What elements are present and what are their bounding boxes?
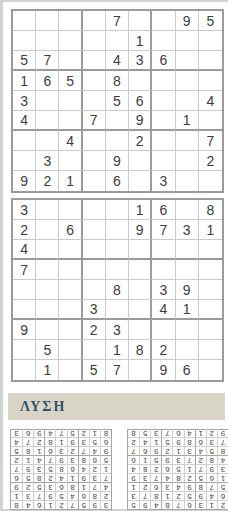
puzzle-1-cell-r7c5 bbox=[106, 131, 129, 151]
solution-left-cell-r2c2: 8 bbox=[89, 491, 100, 500]
puzzle-2-cell-r1c1: 3 bbox=[13, 200, 36, 220]
puzzle-1-cell-r8c4 bbox=[83, 151, 106, 171]
puzzle-2-cell-r7c1: 9 bbox=[13, 320, 36, 340]
puzzle-2-cell-r4c3 bbox=[59, 260, 82, 280]
solution-left-cell-r7c1: 9 bbox=[100, 446, 111, 455]
solution-left-cell-r7c8: 8 bbox=[22, 446, 33, 455]
solution-right-cell-r3c9: 1 bbox=[128, 482, 139, 491]
puzzle-1-cell-r9c4 bbox=[83, 171, 106, 191]
puzzle-1-cell-r8c2: 3 bbox=[36, 151, 59, 171]
puzzle-2-cell-r3c6 bbox=[129, 240, 152, 260]
puzzle-2-cell-r6c9 bbox=[199, 300, 222, 320]
puzzle-1-cell-r6c2 bbox=[36, 111, 59, 131]
solution-left-cell-r4c7: 8 bbox=[33, 473, 44, 482]
puzzle-1-cell-r3c9 bbox=[199, 51, 222, 71]
puzzle-1-cell-r2c9 bbox=[199, 31, 222, 51]
solution-right-cell-r6c6: 9 bbox=[161, 455, 172, 464]
solution-grid-left: 3957216482864597314718635297391428561246… bbox=[10, 429, 112, 510]
solution-left-cell-r6c9: 2 bbox=[11, 455, 22, 464]
puzzle-1-cell-r5c3 bbox=[59, 91, 82, 111]
solution-right-cell-r1c9: 5 bbox=[128, 500, 139, 509]
solution-left-cell-r6c3: 8 bbox=[78, 455, 89, 464]
solution-left-cell-r5c8: 9 bbox=[22, 464, 33, 473]
solution-left-cell-r9c8: 6 bbox=[22, 429, 33, 437]
solution-left-cell-r5c3: 4 bbox=[78, 464, 89, 473]
puzzle-1-cell-r2c6: 1 bbox=[129, 31, 152, 51]
solution-right-cell-r5c9: 4 bbox=[128, 464, 139, 473]
solution-right-cell-r9c4: 4 bbox=[184, 429, 195, 437]
solution-left-cell-r2c5: 5 bbox=[55, 491, 66, 500]
puzzle-1-cell-r3c7: 6 bbox=[152, 51, 175, 71]
solution-left-cell-r7c5: 3 bbox=[55, 446, 66, 455]
solution-header-bar: ΛΥΣΗ bbox=[8, 393, 225, 420]
puzzle-2-cell-r1c8 bbox=[176, 200, 199, 220]
puzzle-1-cell-r2c7 bbox=[152, 31, 175, 51]
solution-left-cell-r6c7: 4 bbox=[33, 455, 44, 464]
puzzle-2-cell-r7c2 bbox=[36, 320, 59, 340]
solution-right-cell-r3c6: 3 bbox=[161, 482, 172, 491]
puzzle-1-cell-r2c2 bbox=[36, 31, 59, 51]
puzzle-1-cell-r6c6: 9 bbox=[129, 111, 152, 131]
solution-left-cell-r2c4: 4 bbox=[67, 491, 78, 500]
puzzle-2-cell-r9c1 bbox=[13, 360, 36, 380]
solution-left-cell-r8c9: 4 bbox=[11, 437, 22, 446]
puzzle-2-cell-r2c5 bbox=[106, 220, 129, 240]
puzzle-1-cell-r6c4: 7 bbox=[83, 111, 106, 131]
solution-left-cell-r9c2: 1 bbox=[89, 429, 100, 437]
solution-left-cell-r2c6: 9 bbox=[44, 491, 55, 500]
puzzle-1-cell-r1c9: 5 bbox=[199, 11, 222, 31]
puzzle-2-cell-r1c7: 6 bbox=[152, 200, 175, 220]
puzzle-2-cell-r2c2 bbox=[36, 220, 59, 240]
solution-left-cell-r6c2: 6 bbox=[89, 455, 100, 464]
solution-left-cell-r8c6: 8 bbox=[44, 437, 55, 446]
puzzle-2-cell-r5c4 bbox=[83, 280, 106, 300]
puzzle-2-cell-r7c8 bbox=[176, 320, 199, 340]
solution-left-cell-r1c8: 4 bbox=[22, 500, 33, 509]
solution-right-cell-r7c4: 3 bbox=[184, 446, 195, 455]
puzzle-1-cell-r9c7: 3 bbox=[152, 171, 175, 191]
solution-right-cell-r5c3: 7 bbox=[195, 464, 206, 473]
puzzle-2-cell-r8c9 bbox=[199, 340, 222, 360]
solution-right-cell-r2c6: 1 bbox=[161, 491, 172, 500]
puzzle-2-cell-r1c2 bbox=[36, 200, 59, 220]
solution-right-cell-r4c7: 7 bbox=[150, 473, 161, 482]
puzzle-1-cell-r5c5: 5 bbox=[106, 91, 129, 111]
solution-right-cell-r7c5: 1 bbox=[172, 446, 183, 455]
solution-right-cell-r2c4: 5 bbox=[184, 491, 195, 500]
puzzle-1-cell-r3c4 bbox=[83, 51, 106, 71]
puzzle-1-cell-r3c8 bbox=[176, 51, 199, 71]
puzzle-2-cell-r3c9 bbox=[199, 240, 222, 260]
solution-right-cell-r9c5: 6 bbox=[172, 429, 183, 437]
solution-right-cell-r9c9: 8 bbox=[128, 429, 139, 437]
solution-right-cell-r6c9: 6 bbox=[128, 455, 139, 464]
solution-right-cell-r3c5: 4 bbox=[172, 482, 183, 491]
solution-right-cell-r2c5: 2 bbox=[172, 491, 183, 500]
solution-left-cell-r6c5: 9 bbox=[55, 455, 66, 464]
puzzle-2-cell-r6c5 bbox=[106, 300, 129, 320]
solution-left-cell-r8c5: 1 bbox=[55, 437, 66, 446]
solution-left-cell-r1c9: 8 bbox=[11, 500, 22, 509]
puzzle-2-cell-r9c3 bbox=[59, 360, 82, 380]
solution-left-cell-r3c5: 6 bbox=[55, 482, 66, 491]
puzzle-2-cell-r8c2: 5 bbox=[36, 340, 59, 360]
puzzle-1-cell-r5c6: 6 bbox=[129, 91, 152, 111]
solution-left-cell-r4c8: 5 bbox=[22, 473, 33, 482]
solution-right-cell-r9c3: 1 bbox=[195, 429, 206, 437]
solution-left-cell-r1c5: 2 bbox=[55, 500, 66, 509]
solution-left-cell-r9c4: 5 bbox=[67, 429, 78, 437]
puzzle-2-cell-r4c1: 7 bbox=[13, 260, 36, 280]
puzzle-2-cell-r9c6 bbox=[129, 360, 152, 380]
solution-left-cell-r8c7: 2 bbox=[33, 437, 44, 446]
solution-left-cell-r7c7: 1 bbox=[33, 446, 44, 455]
solution-left-cell-r2c1: 2 bbox=[100, 491, 111, 500]
puzzle-1-cell-r9c3: 1 bbox=[59, 171, 82, 191]
puzzle-1-cell-r1c2 bbox=[36, 11, 59, 31]
solution-right-cell-r5c6: 6 bbox=[161, 464, 172, 473]
solution-left-cell-r8c3: 3 bbox=[78, 437, 89, 446]
puzzle-1-cell-r2c4 bbox=[83, 31, 106, 51]
solution-left-cell-r4c9: 6 bbox=[11, 473, 22, 482]
puzzle-2-cell-r5c7: 3 bbox=[152, 280, 175, 300]
solution-left-cell-r1c1: 3 bbox=[100, 500, 111, 509]
puzzle-2-cell-r6c8: 1 bbox=[176, 300, 199, 320]
solution-right-cell-r3c2: 7 bbox=[206, 482, 217, 491]
puzzle-2-cell-r3c7 bbox=[152, 240, 175, 260]
solution-right-cell-r1c5: 7 bbox=[172, 500, 183, 509]
puzzle-2-cell-r2c9: 1 bbox=[199, 220, 222, 240]
puzzle-1-cell-r1c7 bbox=[152, 11, 175, 31]
solution-left-cell-r9c7: 9 bbox=[33, 429, 44, 437]
puzzle-2-cell-r3c1: 4 bbox=[13, 240, 36, 260]
solution-right-cell-r8c1: 7 bbox=[217, 437, 228, 446]
solution-left-cell-r1c4: 7 bbox=[67, 500, 78, 509]
solution-left-cell-r3c4: 8 bbox=[67, 482, 78, 491]
puzzle-1-cell-r4c2: 6 bbox=[36, 71, 59, 91]
solution-left-cell-r5c5: 8 bbox=[55, 464, 66, 473]
puzzle-2-cell-r7c9 bbox=[199, 320, 222, 340]
solution-right-cell-r9c2: 2 bbox=[206, 429, 217, 437]
solution-left-cell-r4c4: 1 bbox=[67, 473, 78, 482]
solution-right-cell-r2c9: 3 bbox=[128, 491, 139, 500]
solution-right-cell-r8c8: 4 bbox=[139, 437, 150, 446]
solution-left-cell-r4c3: 9 bbox=[78, 473, 89, 482]
solution-left-cell-r1c7: 6 bbox=[33, 500, 44, 509]
puzzle-1-cell-r1c1 bbox=[13, 11, 36, 31]
puzzle-1-cell-r7c9: 7 bbox=[199, 131, 222, 151]
solution-grid-right: 2136784956495218735789436211652847393971… bbox=[127, 429, 228, 510]
solution-right-cell-r8c3: 6 bbox=[195, 437, 206, 446]
puzzle-1-cell-r3c5: 4 bbox=[106, 51, 129, 71]
puzzle-1-cell-r4c6 bbox=[129, 71, 152, 91]
solution-right-cell-r3c4: 9 bbox=[184, 482, 195, 491]
solution-right-cell-r5c8: 8 bbox=[139, 464, 150, 473]
puzzle-1-cell-r9c9 bbox=[199, 171, 222, 191]
solution-left-cell-r7c4: 2 bbox=[67, 446, 78, 455]
solution-right-cell-r3c8: 2 bbox=[139, 482, 150, 491]
solution-right-cell-r1c6: 8 bbox=[161, 500, 172, 509]
puzzle-2-cell-r6c7: 4 bbox=[152, 300, 175, 320]
puzzle-1-cell-r4c3: 5 bbox=[59, 71, 82, 91]
solution-right-cell-r1c7: 4 bbox=[150, 500, 161, 509]
puzzle-2-cell-r2c8: 3 bbox=[176, 220, 199, 240]
solution-right-cell-r6c1: 4 bbox=[217, 455, 228, 464]
solution-left-cell-r9c1: 8 bbox=[100, 429, 111, 437]
solution-left-cell-r4c2: 3 bbox=[89, 473, 100, 482]
puzzle-2-cell-r1c4 bbox=[83, 200, 106, 220]
solution-right-cell-r7c2: 5 bbox=[206, 446, 217, 455]
puzzle-1-cell-r7c6: 2 bbox=[129, 131, 152, 151]
puzzle-1-cell-r9c2: 2 bbox=[36, 171, 59, 191]
solution-right-cell-r2c2: 4 bbox=[206, 491, 217, 500]
puzzle-1-cell-r5c9: 4 bbox=[199, 91, 222, 111]
puzzle-1-cell-r2c5 bbox=[106, 31, 129, 51]
solution-left-cell-r8c2: 5 bbox=[89, 437, 100, 446]
solution-right-cell-r7c8: 6 bbox=[139, 446, 150, 455]
solution-right-cell-r3c3: 8 bbox=[195, 482, 206, 491]
puzzle-2-cell-r2c1: 2 bbox=[13, 220, 36, 240]
puzzle-2-cell-r5c5: 8 bbox=[106, 280, 129, 300]
puzzle-1-cell-r3c6: 3 bbox=[129, 51, 152, 71]
solution-left-cell-r1c6: 1 bbox=[44, 500, 55, 509]
solution-right-cell-r2c3: 9 bbox=[195, 491, 206, 500]
solution-right-cell-r2c8: 7 bbox=[139, 491, 150, 500]
solution-right-cell-r5c1: 3 bbox=[217, 464, 228, 473]
puzzle-2-cell-r8c7: 2 bbox=[152, 340, 175, 360]
solution-right-cell-r6c7: 5 bbox=[150, 455, 161, 464]
solution-left-cell-r6c1: 5 bbox=[100, 455, 111, 464]
solution-left-cell-r3c2: 7 bbox=[89, 482, 100, 491]
puzzle-1-cell-r2c3 bbox=[59, 31, 82, 51]
sudoku-puzzle-1-grid: 79515743616583564479142739292163 bbox=[11, 9, 224, 193]
puzzle-1-cell-r1c5: 7 bbox=[106, 11, 129, 31]
puzzle-1-cell-r5c8 bbox=[176, 91, 199, 111]
solution-right-cell-r1c3: 3 bbox=[195, 500, 206, 509]
solution-left-cell-r2c3: 6 bbox=[78, 491, 89, 500]
puzzle-1-cell-r6c7 bbox=[152, 111, 175, 131]
puzzle-2-cell-r3c3 bbox=[59, 240, 82, 260]
puzzle-2-cell-r6c1 bbox=[13, 300, 36, 320]
puzzle-2-cell-r8c8 bbox=[176, 340, 199, 360]
puzzle-2-cell-r7c7 bbox=[152, 320, 175, 340]
puzzle-2-cell-r8c1 bbox=[13, 340, 36, 360]
puzzle-2-cell-r7c6 bbox=[129, 320, 152, 340]
puzzle-2-cell-r9c7: 9 bbox=[152, 360, 175, 380]
solution-right-cell-r2c1: 6 bbox=[217, 491, 228, 500]
page: 79515743616583564479142739292163 3168269… bbox=[0, 0, 228, 511]
solution-left-cell-r4c5: 4 bbox=[55, 473, 66, 482]
puzzle-1-cell-r2c8 bbox=[176, 31, 199, 51]
solution-right-cell-r2c7: 8 bbox=[150, 491, 161, 500]
puzzle-1-cell-r8c1 bbox=[13, 151, 36, 171]
solution-right-cell-r9c1: 9 bbox=[217, 429, 228, 437]
puzzle-2-cell-r9c2: 1 bbox=[36, 360, 59, 380]
solution-right-cell-r8c9: 2 bbox=[128, 437, 139, 446]
puzzle-1-cell-r9c5: 6 bbox=[106, 171, 129, 191]
solution-right-cell-r3c1: 5 bbox=[217, 482, 228, 491]
solution-right-cell-r6c3: 2 bbox=[195, 455, 206, 464]
solution-left-cell-r2c7: 7 bbox=[33, 491, 44, 500]
puzzle-2-cell-r5c1 bbox=[13, 280, 36, 300]
solution-left-cell-r5c7: 3 bbox=[33, 464, 44, 473]
solution-right-cell-r7c7: 9 bbox=[150, 446, 161, 455]
solution-left-cell-r3c3: 1 bbox=[78, 482, 89, 491]
solution-left-cell-r6c4: 3 bbox=[67, 455, 78, 464]
puzzle-1-cell-r4c4 bbox=[83, 71, 106, 91]
puzzle-2-cell-r6c6 bbox=[129, 300, 152, 320]
solution-left-cell-r5c2: 2 bbox=[89, 464, 100, 473]
puzzle-2-cell-r5c2 bbox=[36, 280, 59, 300]
puzzle-2-cell-r5c9 bbox=[199, 280, 222, 300]
solution-right-cell-r6c5: 3 bbox=[172, 455, 183, 464]
puzzle-1-cell-r3c3 bbox=[59, 51, 82, 71]
puzzle-1-cell-r1c6 bbox=[129, 11, 152, 31]
puzzle-1-cell-r6c1: 4 bbox=[13, 111, 36, 131]
puzzle-1-cell-r7c1 bbox=[13, 131, 36, 151]
solution-right-cell-r8c5: 9 bbox=[172, 437, 183, 446]
puzzle-1-cell-r3c2: 7 bbox=[36, 51, 59, 71]
solution-left-cell-r4c1: 7 bbox=[100, 473, 111, 482]
puzzle-2-cell-r8c6: 8 bbox=[129, 340, 152, 360]
puzzle-2-cell-r3c4 bbox=[83, 240, 106, 260]
puzzle-2-cell-r7c3 bbox=[59, 320, 82, 340]
puzzle-2-cell-r1c9: 8 bbox=[199, 200, 222, 220]
puzzle-2-cell-r2c6: 9 bbox=[129, 220, 152, 240]
puzzle-1-cell-r8c8 bbox=[176, 151, 199, 171]
sudoku-puzzle-2-grid: 316826973147839341923518215796 bbox=[11, 198, 224, 382]
puzzle-2-cell-r4c2 bbox=[36, 260, 59, 280]
puzzle-2-cell-r4c5 bbox=[106, 260, 129, 280]
solution-right-cell-r8c7: 1 bbox=[150, 437, 161, 446]
puzzle-2-cell-r3c5 bbox=[106, 240, 129, 260]
solution-left-cell-r9c9: 3 bbox=[11, 429, 22, 437]
solution-right-cell-r6c4: 7 bbox=[184, 455, 195, 464]
solution-right-cell-r4c8: 3 bbox=[139, 473, 150, 482]
solution-left-cell-r3c1: 4 bbox=[100, 482, 111, 491]
solution-right-cell-r8c2: 3 bbox=[206, 437, 217, 446]
solution-right-cell-r5c7: 2 bbox=[150, 464, 161, 473]
puzzle-2-cell-r2c3: 6 bbox=[59, 220, 82, 240]
puzzle-2-cell-r3c8 bbox=[176, 240, 199, 260]
solution-left-cell-r5c4: 6 bbox=[67, 464, 78, 473]
puzzle-1-cell-r7c8 bbox=[176, 131, 199, 151]
puzzle-1-cell-r4c5: 8 bbox=[106, 71, 129, 91]
puzzle-1-cell-r7c4 bbox=[83, 131, 106, 151]
puzzle-1-cell-r4c7 bbox=[152, 71, 175, 91]
puzzle-2-cell-r1c3 bbox=[59, 200, 82, 220]
puzzle-1-cell-r8c7 bbox=[152, 151, 175, 171]
puzzle-1-cell-r5c1: 3 bbox=[13, 91, 36, 111]
puzzle-2-cell-r9c4: 5 bbox=[83, 360, 106, 380]
puzzle-1-cell-r4c9 bbox=[199, 71, 222, 91]
solution-right-cell-r1c2: 1 bbox=[206, 500, 217, 509]
puzzle-1-cell-r8c9: 2 bbox=[199, 151, 222, 171]
solution-right-cell-r4c3: 5 bbox=[195, 473, 206, 482]
solution-right-cell-r6c8: 1 bbox=[139, 455, 150, 464]
solution-left-cell-r7c3: 7 bbox=[78, 446, 89, 455]
puzzle-2-cell-r5c8: 9 bbox=[176, 280, 199, 300]
puzzle-1-cell-r8c3 bbox=[59, 151, 82, 171]
solution-right-cell-r4c4: 2 bbox=[184, 473, 195, 482]
puzzle-2-cell-r7c4: 2 bbox=[83, 320, 106, 340]
solution-right-cell-r3c7: 6 bbox=[150, 482, 161, 491]
solution-left-cell-r7c2: 4 bbox=[89, 446, 100, 455]
solution-right-cell-r9c8: 5 bbox=[139, 429, 150, 437]
solution-left-cell-r9c6: 4 bbox=[44, 429, 55, 437]
solution-right-cell-r5c5: 5 bbox=[172, 464, 183, 473]
solution-right-cell-r6c2: 8 bbox=[206, 455, 217, 464]
puzzle-1-cell-r4c1: 1 bbox=[13, 71, 36, 91]
solution-left-cell-r9c5: 7 bbox=[55, 429, 66, 437]
solution-right-cell-r4c6: 4 bbox=[161, 473, 172, 482]
puzzle-1-cell-r7c2 bbox=[36, 131, 59, 151]
solution-left-cell-r5c1: 1 bbox=[100, 464, 111, 473]
puzzle-1-cell-r1c3 bbox=[59, 11, 82, 31]
puzzle-2-cell-r2c7: 7 bbox=[152, 220, 175, 240]
puzzle-1-cell-r9c1: 9 bbox=[13, 171, 36, 191]
puzzle-1-cell-r6c3 bbox=[59, 111, 82, 131]
puzzle-2-cell-r5c3 bbox=[59, 280, 82, 300]
solution-left-cell-r5c9: 7 bbox=[11, 464, 22, 473]
solution-left-cell-r1c2: 9 bbox=[89, 500, 100, 509]
puzzle-2-cell-r2c4 bbox=[83, 220, 106, 240]
puzzle-1-cell-r4c8 bbox=[176, 71, 199, 91]
puzzle-1-cell-r1c4 bbox=[83, 11, 106, 31]
solution-right-cell-r4c1: 1 bbox=[217, 473, 228, 482]
puzzle-2-cell-r7c5: 3 bbox=[106, 320, 129, 340]
solution-left-cell-r7c6: 6 bbox=[44, 446, 55, 455]
solution-right-cell-r1c1: 2 bbox=[217, 500, 228, 509]
puzzle-2-cell-r4c4 bbox=[83, 260, 106, 280]
puzzle-1-cell-r5c2 bbox=[36, 91, 59, 111]
puzzle-1-cell-r6c9 bbox=[199, 111, 222, 131]
puzzle-2-cell-r5c6 bbox=[129, 280, 152, 300]
puzzle-1-cell-r5c7 bbox=[152, 91, 175, 111]
puzzle-2-cell-r6c4: 3 bbox=[83, 300, 106, 320]
solution-left-cell-r2c9: 1 bbox=[11, 491, 22, 500]
puzzle-1-cell-r2c1 bbox=[13, 31, 36, 51]
solution-left-cell-r5c6: 5 bbox=[44, 464, 55, 473]
solution-right-cell-r9c7: 3 bbox=[150, 429, 161, 437]
solution-left-cell-r3c9: 9 bbox=[11, 482, 22, 491]
solution-right-cell-r7c9: 7 bbox=[128, 446, 139, 455]
puzzle-2-cell-r4c6 bbox=[129, 260, 152, 280]
puzzle-2-cell-r9c5: 7 bbox=[106, 360, 129, 380]
puzzle-2-cell-r1c5 bbox=[106, 200, 129, 220]
solution-right-cell-r7c6: 2 bbox=[161, 446, 172, 455]
puzzle-2-cell-r8c4 bbox=[83, 340, 106, 360]
solution-right-cell-r1c4: 6 bbox=[184, 500, 195, 509]
solution-left-cell-r1c3: 5 bbox=[78, 500, 89, 509]
solution-right-cell-r8c4: 8 bbox=[184, 437, 195, 446]
puzzle-1-cell-r7c3: 4 bbox=[59, 131, 82, 151]
puzzle-2-cell-r4c8 bbox=[176, 260, 199, 280]
puzzle-1-cell-r6c8: 1 bbox=[176, 111, 199, 131]
puzzle-2-cell-r9c8: 6 bbox=[176, 360, 199, 380]
puzzle-2-cell-r8c5: 1 bbox=[106, 340, 129, 360]
solution-right-cell-r4c2: 6 bbox=[206, 473, 217, 482]
solution-left-cell-r8c8: 7 bbox=[22, 437, 33, 446]
solution-left-cell-r9c3: 2 bbox=[78, 429, 89, 437]
puzzle-1-cell-r9c8 bbox=[176, 171, 199, 191]
solution-left-cell-r8c1: 6 bbox=[100, 437, 111, 446]
solution-right-cell-r7c3: 4 bbox=[195, 446, 206, 455]
solution-left-cell-r3c8: 2 bbox=[22, 482, 33, 491]
solution-right-cell-r9c6: 7 bbox=[161, 429, 172, 437]
solution-right-cell-r1c8: 9 bbox=[139, 500, 150, 509]
